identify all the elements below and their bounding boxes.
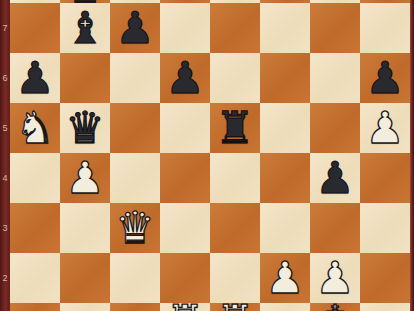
piece-white-pawn[interactable]: ♟ <box>260 253 310 303</box>
square-e6[interactable] <box>210 53 260 103</box>
square-f7[interactable] <box>260 3 310 53</box>
square-g2[interactable]: ♟ <box>310 253 360 303</box>
square-a5[interactable]: ♞ <box>10 103 60 153</box>
square-f5[interactable] <box>260 103 310 153</box>
piece-black-queen[interactable]: ♛ <box>60 103 110 153</box>
square-b4[interactable]: ♟ <box>60 153 110 203</box>
square-a3[interactable] <box>10 203 60 253</box>
square-b7[interactable]: ♝ <box>60 3 110 53</box>
square-h2[interactable] <box>360 253 410 303</box>
rank-label-6: 6 <box>0 73 10 83</box>
square-e7[interactable] <box>210 3 260 53</box>
square-b3[interactable] <box>60 203 110 253</box>
square-d1[interactable]: ♜ <box>160 303 210 311</box>
rank-label-7: 7 <box>0 23 10 33</box>
square-b6[interactable] <box>60 53 110 103</box>
piece-black-pawn[interactable]: ♟ <box>10 53 60 103</box>
square-g1[interactable]: ♚ <box>310 303 360 311</box>
square-c1[interactable] <box>110 303 160 311</box>
square-c2[interactable] <box>110 253 160 303</box>
piece-white-king[interactable]: ♚ <box>310 303 360 311</box>
square-c7[interactable]: ♟ <box>110 3 160 53</box>
square-f3[interactable] <box>260 203 310 253</box>
rank-label-4: 4 <box>0 173 10 183</box>
square-f1[interactable] <box>260 303 310 311</box>
square-h3[interactable] <box>360 203 410 253</box>
square-f2[interactable]: ♟ <box>260 253 310 303</box>
square-e2[interactable] <box>210 253 260 303</box>
square-d6[interactable]: ♟ <box>160 53 210 103</box>
piece-white-pawn[interactable]: ♟ <box>60 153 110 203</box>
piece-black-rook[interactable]: ♜ <box>210 103 260 153</box>
square-b2[interactable] <box>60 253 110 303</box>
square-d5[interactable] <box>160 103 210 153</box>
piece-black-pawn[interactable]: ♟ <box>160 53 210 103</box>
square-c6[interactable] <box>110 53 160 103</box>
board-left-border: 765432 <box>0 0 10 311</box>
square-a6[interactable]: ♟ <box>10 53 60 103</box>
square-e3[interactable] <box>210 203 260 253</box>
square-g3[interactable] <box>310 203 360 253</box>
square-g4[interactable]: ♟ <box>310 153 360 203</box>
square-c3[interactable]: ♛ <box>110 203 160 253</box>
square-b1[interactable] <box>60 303 110 311</box>
piece-black-pawn[interactable]: ♟ <box>110 3 160 53</box>
chess-board[interactable]: ♚♝♟♟♟♟♞♛♜♟♟♟♛♟♟♜♜♚ <box>10 0 410 311</box>
rank-label-2: 2 <box>0 273 10 283</box>
piece-black-pawn[interactable]: ♟ <box>310 153 360 203</box>
square-c4[interactable] <box>110 153 160 203</box>
piece-white-rook[interactable]: ♜ <box>210 303 260 311</box>
square-e4[interactable] <box>210 153 260 203</box>
square-f6[interactable] <box>260 53 310 103</box>
square-d7[interactable] <box>160 3 210 53</box>
square-h1[interactable] <box>360 303 410 311</box>
rank-label-3: 3 <box>0 223 10 233</box>
square-c5[interactable] <box>110 103 160 153</box>
square-h4[interactable] <box>360 153 410 203</box>
board-right-border <box>410 0 414 311</box>
square-a2[interactable] <box>10 253 60 303</box>
piece-black-bishop[interactable]: ♝ <box>60 3 110 53</box>
square-d4[interactable] <box>160 153 210 203</box>
square-h5[interactable]: ♟ <box>360 103 410 153</box>
square-g6[interactable] <box>310 53 360 103</box>
chess-board-screenshot: 765432 ♚♝♟♟♟♟♞♛♜♟♟♟♛♟♟♜♜♚ <box>0 0 414 311</box>
square-b5[interactable]: ♛ <box>60 103 110 153</box>
square-f4[interactable] <box>260 153 310 203</box>
square-a7[interactable] <box>10 3 60 53</box>
square-d2[interactable] <box>160 253 210 303</box>
piece-white-knight[interactable]: ♞ <box>10 103 60 153</box>
square-h7[interactable] <box>360 3 410 53</box>
square-a1[interactable] <box>10 303 60 311</box>
square-h6[interactable]: ♟ <box>360 53 410 103</box>
piece-black-pawn[interactable]: ♟ <box>360 53 410 103</box>
piece-white-queen[interactable]: ♛ <box>110 203 160 253</box>
piece-white-pawn[interactable]: ♟ <box>360 103 410 153</box>
square-g5[interactable] <box>310 103 360 153</box>
square-g7[interactable] <box>310 3 360 53</box>
piece-white-rook[interactable]: ♜ <box>160 303 210 311</box>
square-e1[interactable]: ♜ <box>210 303 260 311</box>
square-a4[interactable] <box>10 153 60 203</box>
square-d3[interactable] <box>160 203 210 253</box>
rank-label-5: 5 <box>0 123 10 133</box>
square-e5[interactable]: ♜ <box>210 103 260 153</box>
piece-white-pawn[interactable]: ♟ <box>310 253 360 303</box>
